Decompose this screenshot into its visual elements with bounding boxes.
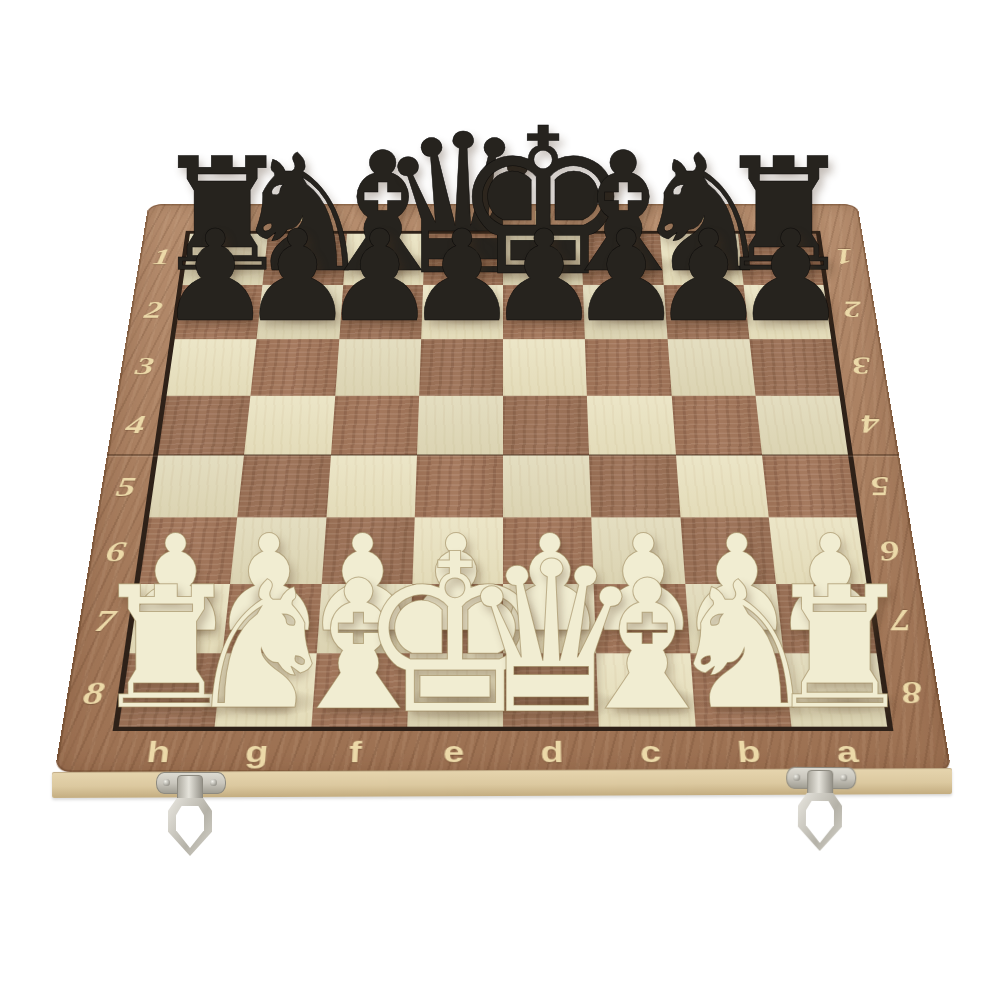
rank-label-right: 5: [868, 473, 892, 501]
square-c4: [587, 396, 675, 455]
fold-seam: [107, 454, 899, 455]
piece-black-pawn: ♟: [734, 214, 847, 340]
square-g4: [244, 396, 335, 455]
screw-icon: [793, 774, 800, 781]
product-photo-scene: 1122334455667788hhggffeeddccbbaa ♜♞♝♛♚♝♞…: [0, 0, 1000, 1000]
rank-label-right: 3: [850, 353, 872, 378]
clasp-loop: [168, 798, 212, 856]
rank-label-left: 5: [114, 473, 138, 501]
rank-label-right: 4: [859, 411, 882, 437]
square-a4: [755, 396, 848, 455]
square-d4: [503, 396, 589, 455]
clasp-latch-right: [786, 767, 855, 855]
rank-label-left: 3: [134, 353, 156, 378]
screw-icon: [163, 779, 170, 786]
square-b4: [671, 396, 762, 455]
square-e4: [417, 396, 503, 455]
screw-icon: [840, 774, 847, 781]
piece-white-rook: ♜: [764, 565, 916, 734]
square-h4: [158, 396, 251, 455]
clasp-latch-left: [156, 772, 224, 860]
rank-label-left: 4: [124, 411, 147, 437]
square-f4: [331, 396, 419, 455]
clasp-loop: [798, 793, 842, 851]
screw-icon: [210, 779, 217, 786]
